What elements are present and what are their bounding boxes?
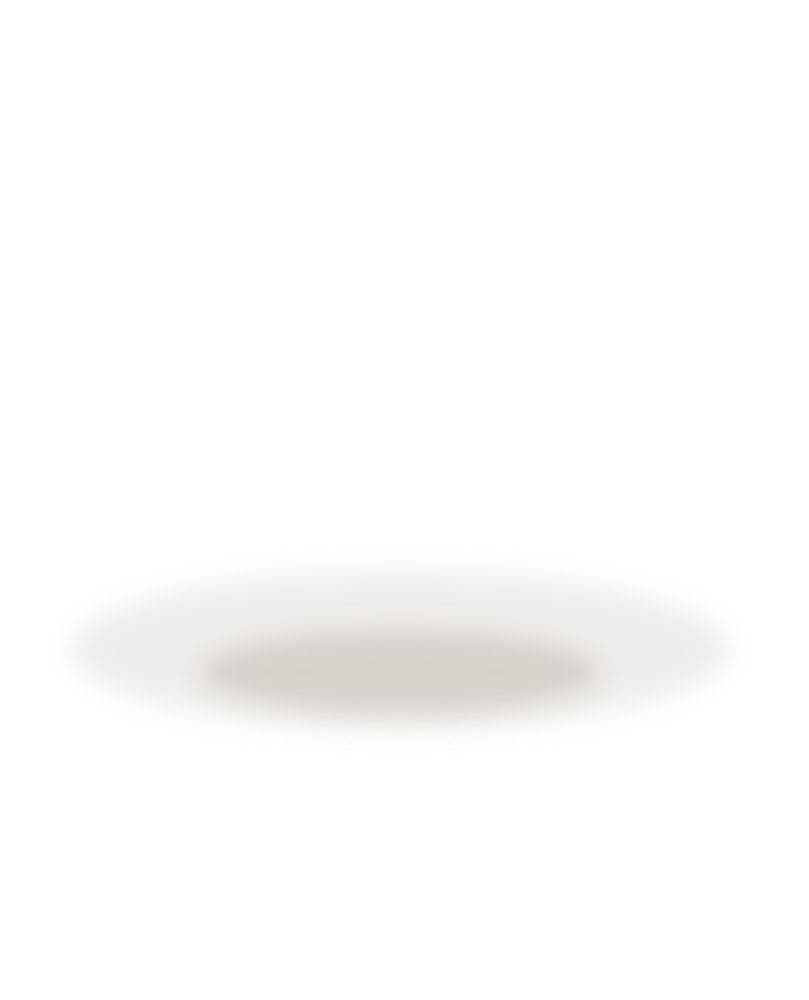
chess-board [0,0,809,1000]
board-contact-shadow [200,630,600,714]
product-photo [0,0,809,1000]
